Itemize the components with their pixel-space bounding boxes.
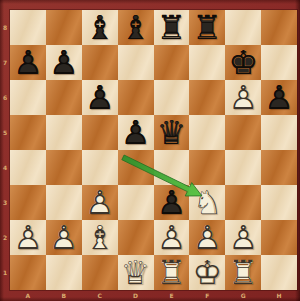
square-g6[interactable]: ♟♙ (225, 80, 261, 115)
white-pawn-piece[interactable]: ♟♙ (82, 185, 118, 220)
square-e7[interactable] (154, 45, 190, 80)
square-d5[interactable]: ♟♙ (118, 115, 154, 150)
white-king-piece[interactable]: ♚♔ (189, 255, 225, 290)
square-h4[interactable] (261, 150, 297, 185)
chess-board: ♝♗♝♗♜♖♜♖♟♙♟♙♚♔♟♙♟♙♟♙♟♙♛♕♟♙♟♙♞♘♟♙♟♙♝♗♟♙♟♙… (10, 10, 297, 290)
square-c6[interactable]: ♟♙ (82, 80, 118, 115)
black-pawn-glyph: ♟ (154, 185, 190, 220)
black-king-piece[interactable]: ♚♔ (225, 45, 261, 80)
black-pawn-glyph: ♟ (118, 115, 154, 150)
white-queen-glyph: ♕ (118, 255, 154, 290)
square-g2[interactable]: ♟♙ (225, 220, 261, 255)
square-f5[interactable] (189, 115, 225, 150)
white-pawn-glyph: ♟ (46, 220, 82, 255)
file-label-h: h (261, 290, 297, 301)
black-pawn-piece[interactable]: ♟♙ (118, 115, 154, 150)
white-king-glyph: ♔ (189, 255, 225, 290)
white-rook-glyph: ♖ (154, 255, 190, 290)
square-d8[interactable]: ♝♗ (118, 10, 154, 45)
black-rook-piece[interactable]: ♜♖ (154, 10, 190, 45)
square-d6[interactable] (118, 80, 154, 115)
white-pawn-piece[interactable]: ♟♙ (189, 220, 225, 255)
white-rook-glyph: ♖ (225, 255, 261, 290)
black-pawn-glyph: ♙ (154, 185, 190, 220)
white-queen-piece[interactable]: ♛♕ (118, 255, 154, 290)
white-rook-glyph: ♜ (225, 255, 261, 290)
file-label-b: b (46, 290, 82, 301)
square-d2[interactable] (118, 220, 154, 255)
square-g4[interactable] (225, 150, 261, 185)
square-g1[interactable]: ♜♖ (225, 255, 261, 290)
black-rook-glyph: ♜ (189, 10, 225, 45)
rank-label-7: 7 (0, 45, 10, 80)
black-bishop-glyph: ♝ (82, 10, 118, 45)
white-pawn-glyph: ♟ (189, 220, 225, 255)
white-queen-glyph: ♛ (118, 255, 154, 290)
square-c3[interactable]: ♟♙ (82, 185, 118, 220)
white-pawn-glyph: ♟ (225, 220, 261, 255)
square-e2[interactable]: ♟♙ (154, 220, 190, 255)
square-a5[interactable] (10, 115, 46, 150)
white-knight-piece[interactable]: ♞♘ (189, 185, 225, 220)
square-b6[interactable] (46, 80, 82, 115)
white-pawn-glyph: ♙ (46, 220, 82, 255)
black-queen-piece[interactable]: ♛♕ (154, 115, 190, 150)
square-b5[interactable] (46, 115, 82, 150)
black-king-glyph: ♔ (225, 45, 261, 80)
square-f3[interactable]: ♞♘ (189, 185, 225, 220)
black-king-glyph: ♚ (225, 45, 261, 80)
black-pawn-glyph: ♙ (82, 80, 118, 115)
black-rook-piece[interactable]: ♜♖ (189, 10, 225, 45)
square-f4[interactable] (189, 150, 225, 185)
white-pawn-glyph: ♟ (225, 80, 261, 115)
black-bishop-glyph: ♗ (82, 10, 118, 45)
square-c5[interactable] (82, 115, 118, 150)
square-e1[interactable]: ♜♖ (154, 255, 190, 290)
white-pawn-glyph: ♙ (82, 185, 118, 220)
square-c1[interactable] (82, 255, 118, 290)
black-pawn-glyph: ♙ (118, 115, 154, 150)
square-a8[interactable] (10, 10, 46, 45)
square-f7[interactable] (189, 45, 225, 80)
white-pawn-piece[interactable]: ♟♙ (225, 220, 261, 255)
white-rook-piece[interactable]: ♜♖ (225, 255, 261, 290)
square-e6[interactable] (154, 80, 190, 115)
black-bishop-piece[interactable]: ♝♗ (82, 10, 118, 45)
square-g3[interactable] (225, 185, 261, 220)
square-f1[interactable]: ♚♔ (189, 255, 225, 290)
square-e3[interactable]: ♟♙ (154, 185, 190, 220)
black-bishop-glyph: ♗ (118, 10, 154, 45)
white-king-glyph: ♚ (189, 255, 225, 290)
white-pawn-glyph: ♟ (10, 220, 46, 255)
square-e5[interactable]: ♛♕ (154, 115, 190, 150)
black-pawn-glyph: ♙ (261, 80, 297, 115)
square-d4[interactable] (118, 150, 154, 185)
rank-label-3: 3 (0, 185, 10, 220)
square-c4[interactable] (82, 150, 118, 185)
square-d1[interactable]: ♛♕ (118, 255, 154, 290)
white-bishop-piece[interactable]: ♝♗ (82, 220, 118, 255)
square-a2[interactable]: ♟♙ (10, 220, 46, 255)
rank-labels: 87654321 (0, 10, 10, 290)
square-h5[interactable] (261, 115, 297, 150)
black-pawn-piece[interactable]: ♟♙ (261, 80, 297, 115)
black-bishop-piece[interactable]: ♝♗ (118, 10, 154, 45)
square-f6[interactable] (189, 80, 225, 115)
square-b3[interactable] (46, 185, 82, 220)
black-queen-glyph: ♕ (154, 115, 190, 150)
square-b8[interactable] (46, 10, 82, 45)
square-b2[interactable]: ♟♙ (46, 220, 82, 255)
file-label-d: d (118, 290, 154, 301)
square-g7[interactable]: ♚♔ (225, 45, 261, 80)
square-c2[interactable]: ♝♗ (82, 220, 118, 255)
square-a3[interactable] (10, 185, 46, 220)
black-pawn-piece[interactable]: ♟♙ (82, 80, 118, 115)
file-label-a: a (10, 290, 46, 301)
rank-label-5: 5 (0, 115, 10, 150)
square-a1[interactable] (10, 255, 46, 290)
square-c8[interactable]: ♝♗ (82, 10, 118, 45)
square-g5[interactable] (225, 115, 261, 150)
square-e4[interactable] (154, 150, 190, 185)
square-b7[interactable]: ♟♙ (46, 45, 82, 80)
square-f8[interactable]: ♜♖ (189, 10, 225, 45)
chess-board-frame: 87654321 abcdefgh ♝♗♝♗♜♖♜♖♟♙♟♙♚♔♟♙♟♙♟♙♟♙… (0, 0, 300, 301)
rank-label-8: 8 (0, 10, 10, 45)
white-pawn-piece[interactable]: ♟♙ (225, 80, 261, 115)
white-pawn-glyph: ♙ (225, 80, 261, 115)
white-bishop-glyph: ♝ (82, 220, 118, 255)
black-queen-glyph: ♛ (154, 115, 190, 150)
square-f2[interactable]: ♟♙ (189, 220, 225, 255)
square-h3[interactable] (261, 185, 297, 220)
white-pawn-glyph: ♙ (189, 220, 225, 255)
black-pawn-glyph: ♟ (10, 45, 46, 80)
white-rook-glyph: ♜ (154, 255, 190, 290)
file-label-e: e (154, 290, 190, 301)
black-pawn-piece[interactable]: ♟♙ (154, 185, 190, 220)
file-label-g: g (225, 290, 261, 301)
black-pawn-piece[interactable]: ♟♙ (10, 45, 46, 80)
rank-label-2: 2 (0, 220, 10, 255)
square-b4[interactable] (46, 150, 82, 185)
black-rook-glyph: ♜ (154, 10, 190, 45)
square-h8[interactable] (261, 10, 297, 45)
black-rook-glyph: ♖ (154, 10, 190, 45)
white-knight-glyph: ♘ (189, 185, 225, 220)
rank-label-4: 4 (0, 150, 10, 185)
white-knight-glyph: ♞ (189, 185, 225, 220)
black-bishop-glyph: ♝ (118, 10, 154, 45)
white-pawn-glyph: ♙ (10, 220, 46, 255)
rank-label-6: 6 (0, 80, 10, 115)
file-label-c: c (82, 290, 118, 301)
square-h7[interactable] (261, 45, 297, 80)
white-pawn-glyph: ♙ (225, 220, 261, 255)
white-pawn-glyph: ♟ (154, 220, 190, 255)
rank-label-1: 1 (0, 255, 10, 290)
black-pawn-glyph: ♟ (46, 45, 82, 80)
white-rook-piece[interactable]: ♜♖ (154, 255, 190, 290)
square-a7[interactable]: ♟♙ (10, 45, 46, 80)
square-d7[interactable] (118, 45, 154, 80)
square-c7[interactable] (82, 45, 118, 80)
black-pawn-glyph: ♙ (10, 45, 46, 80)
square-a4[interactable] (10, 150, 46, 185)
file-label-f: f (189, 290, 225, 301)
square-b1[interactable] (46, 255, 82, 290)
white-bishop-glyph: ♗ (82, 220, 118, 255)
square-e8[interactable]: ♜♖ (154, 10, 190, 45)
white-pawn-piece[interactable]: ♟♙ (154, 220, 190, 255)
white-pawn-piece[interactable]: ♟♙ (10, 220, 46, 255)
square-h2[interactable] (261, 220, 297, 255)
white-pawn-piece[interactable]: ♟♙ (46, 220, 82, 255)
black-pawn-glyph: ♙ (46, 45, 82, 80)
black-rook-glyph: ♖ (189, 10, 225, 45)
square-g8[interactable] (225, 10, 261, 45)
black-pawn-piece[interactable]: ♟♙ (46, 45, 82, 80)
square-a6[interactable] (10, 80, 46, 115)
black-pawn-glyph: ♟ (261, 80, 297, 115)
square-h1[interactable] (261, 255, 297, 290)
black-pawn-glyph: ♟ (82, 80, 118, 115)
white-pawn-glyph: ♙ (154, 220, 190, 255)
file-labels: abcdefgh (10, 290, 297, 301)
white-pawn-glyph: ♟ (82, 185, 118, 220)
square-d3[interactable] (118, 185, 154, 220)
square-h6[interactable]: ♟♙ (261, 80, 297, 115)
